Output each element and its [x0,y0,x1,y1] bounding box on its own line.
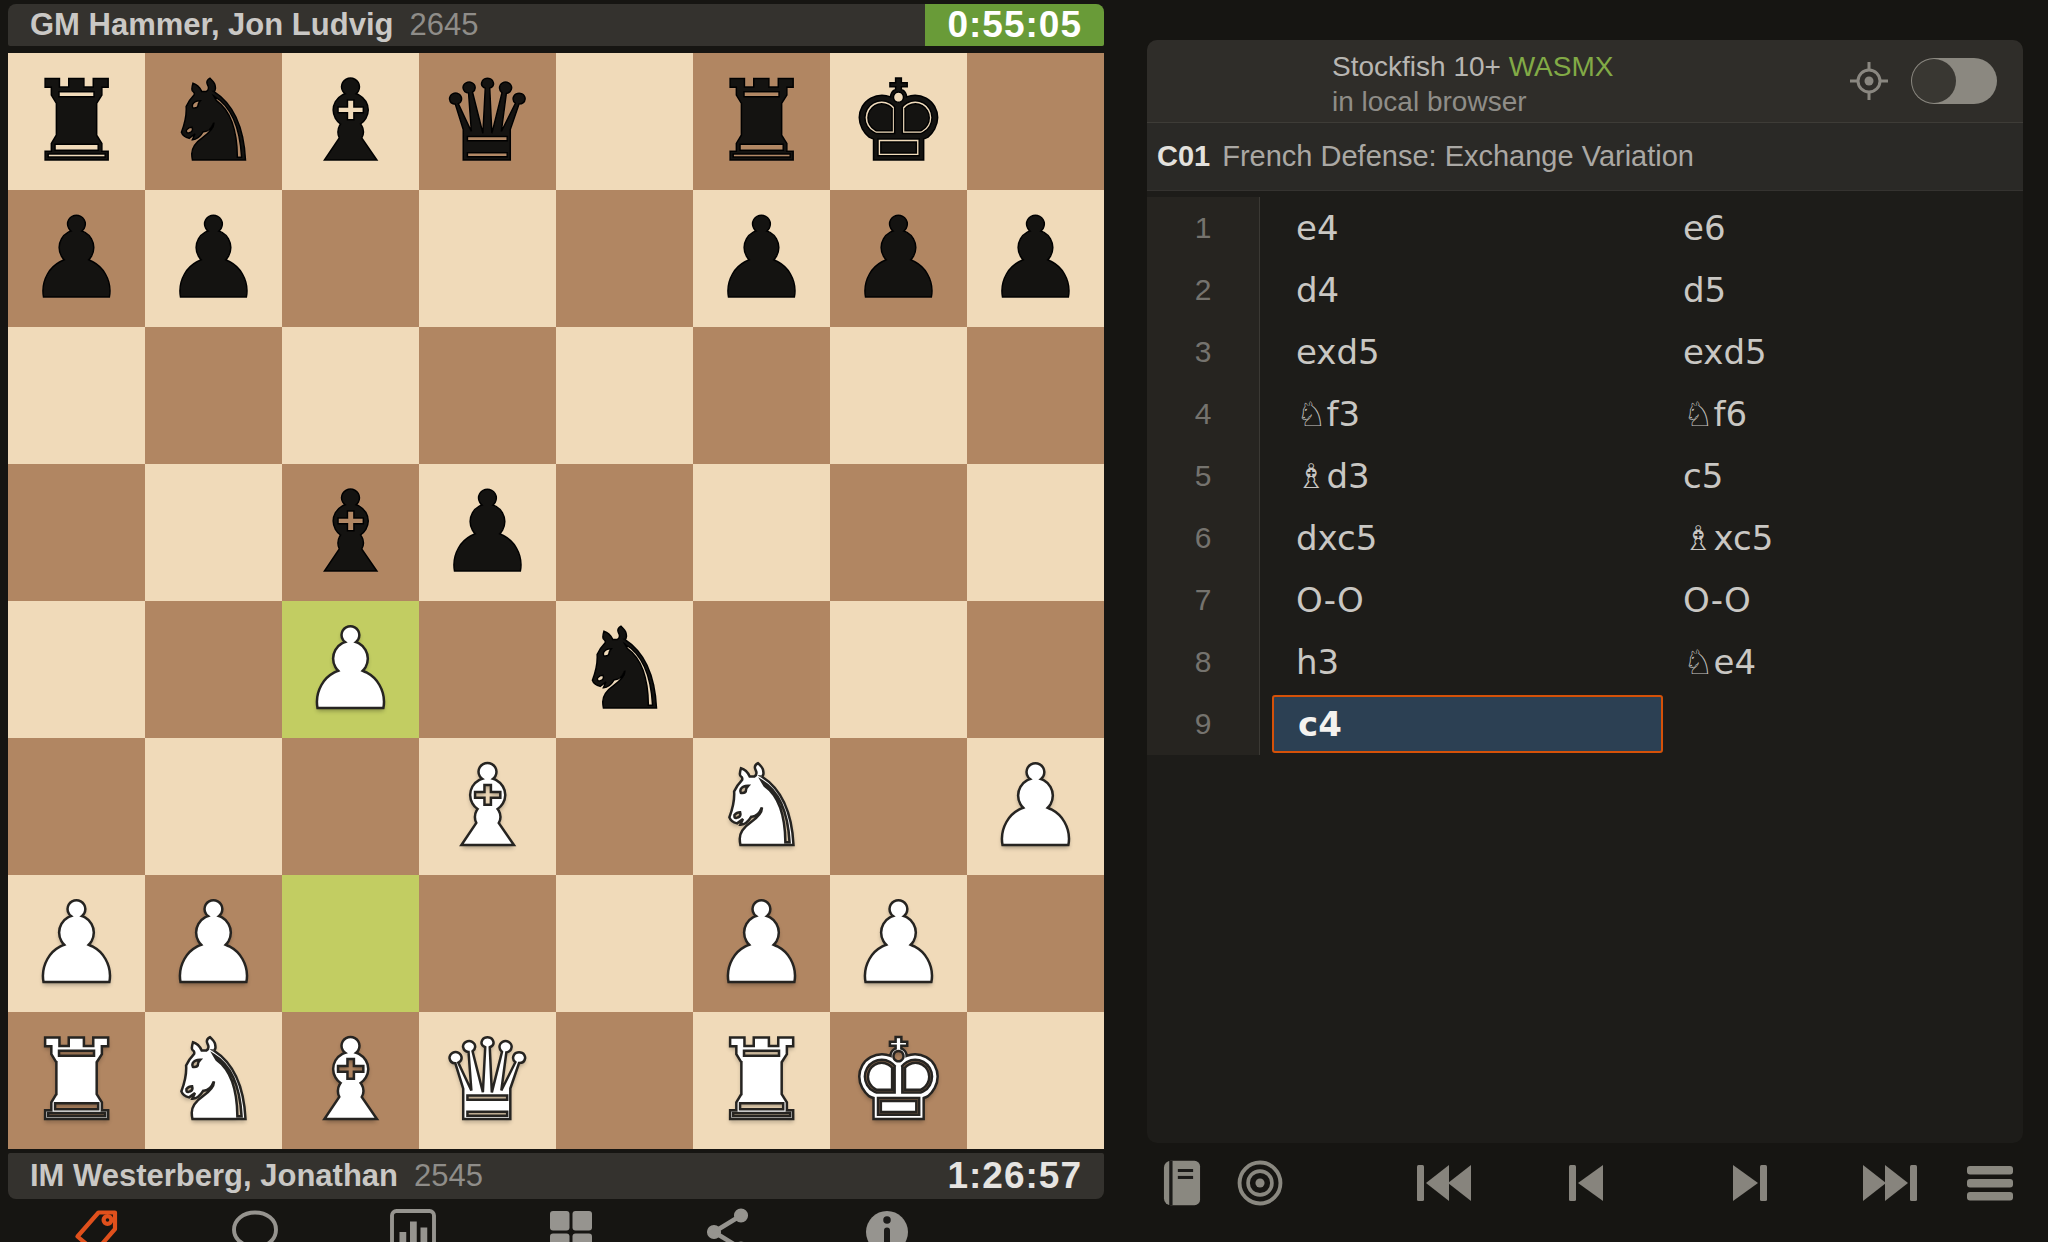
white-queen: ♛ [437,1012,537,1149]
square-e5[interactable] [556,464,693,601]
black-rook: ♜ [26,53,126,190]
square-c4[interactable]: ♟ [282,601,419,738]
analysis-card: Stockfish 10+ WASMX in local browser C01… [1147,40,2023,1143]
square-d4[interactable] [419,601,556,738]
black-knight: ♞ [163,53,263,190]
square-c6[interactable] [282,327,419,464]
move-black[interactable]: ♘f6 [1665,383,2023,445]
bottom-player-rating: 2545 [414,1158,483,1194]
target-rings-icon[interactable] [1235,1158,1285,1208]
move-black [1663,693,2023,755]
square-a5[interactable] [8,464,145,601]
black-knight: ♞ [574,601,674,738]
black-king: ♚ [848,53,948,190]
square-c8[interactable]: ♝ [282,53,419,190]
info-icon[interactable] [860,1205,914,1242]
black-bishop: ♝ [300,464,400,601]
black-pawn: ♟ [163,190,263,327]
square-d2[interactable] [419,875,556,1012]
square-e4[interactable]: ♞ [556,601,693,738]
chess-board[interactable]: ♜♞♝♛♜♚♟♟♟♟♟♝♟♟♞♝♞♟♟♟♟♟♜♞♝♛♜♚ [8,53,1104,1149]
black-pawn: ♟ [437,464,537,601]
square-g6[interactable] [830,327,967,464]
bottom-player-name: IM Westerberg, Jonathan [30,1158,398,1194]
square-f6[interactable] [693,327,830,464]
move-number: 6 [1147,507,1260,569]
move-black[interactable]: ♘e4 [1665,631,2023,693]
square-a3[interactable] [8,738,145,875]
square-h2[interactable] [967,875,1104,1012]
square-c1[interactable]: ♝ [282,1012,419,1149]
move-black[interactable]: d5 [1665,259,2023,321]
black-pawn: ♟ [711,190,811,327]
square-h8[interactable] [967,53,1104,190]
square-f8[interactable]: ♜ [693,53,830,190]
bottom-player-bar: IM Westerberg, Jonathan 2545 1:26:57 [8,1153,1104,1199]
last-move-icon[interactable] [1859,1159,1921,1207]
move-white-current[interactable]: c4 [1272,695,1663,753]
engine-tech-label: WASMX [1509,51,1614,82]
analysis-panel: Stockfish 10+ WASMX in local browser C01… [1147,40,2023,1143]
move-list: 1e4e62d4d53exd5exd54♘f3♘f65♗d3c56dxc5♗xc… [1147,191,2023,755]
top-player-bar: GM Hammer, Jon Ludvig 2645 0:55:05 [8,4,1104,46]
panel-controls [1147,1155,2023,1211]
square-e6[interactable] [556,327,693,464]
move-row-2: 2d4d5 [1147,259,2023,321]
opening-row: C01 French Defense: Exchange Variation [1147,123,2023,191]
black-pawn: ♟ [985,190,1085,327]
square-b7[interactable]: ♟ [145,190,282,327]
move-row-3: 3exd5exd5 [1147,321,2023,383]
square-a2[interactable]: ♟ [8,875,145,1012]
engine-name: Stockfish 10+ [1332,51,1501,82]
square-g5[interactable] [830,464,967,601]
square-b2[interactable]: ♟ [145,875,282,1012]
square-b3[interactable] [145,738,282,875]
move-number: 7 [1147,569,1260,631]
black-queen: ♛ [437,53,537,190]
square-c2[interactable] [282,875,419,1012]
square-h4[interactable] [967,601,1104,738]
square-b4[interactable] [145,601,282,738]
square-f7[interactable]: ♟ [693,190,830,327]
white-pawn: ♟ [985,738,1085,875]
tag-icon[interactable] [70,1205,124,1242]
move-black[interactable]: O-O [1665,569,2023,631]
board-area: GM Hammer, Jon Ludvig 2645 0:55:05 ♜♞♝♛♜… [8,4,1104,1242]
square-a7[interactable]: ♟ [8,190,145,327]
square-d1[interactable]: ♛ [419,1012,556,1149]
move-row-1: 1e4e6 [1147,197,2023,259]
bottom-toolbar [8,1205,1104,1242]
top-player-name: GM Hammer, Jon Ludvig [30,7,393,43]
move-white[interactable]: h3 [1260,631,1665,693]
white-knight: ♞ [711,738,811,875]
move-white[interactable]: d4 [1260,259,1665,321]
square-f4[interactable] [693,601,830,738]
move-white[interactable]: dxc5 [1260,507,1665,569]
move-number: 2 [1147,259,1260,321]
move-white[interactable]: e4 [1260,197,1665,259]
square-g2[interactable]: ♟ [830,875,967,1012]
move-white[interactable]: ♘f3 [1260,383,1665,445]
white-king: ♚ [848,1012,948,1149]
square-e3[interactable] [556,738,693,875]
square-d7[interactable] [419,190,556,327]
square-e7[interactable] [556,190,693,327]
square-d5[interactable]: ♟ [419,464,556,601]
opening-name: French Defense: Exchange Variation [1222,140,1694,173]
move-black[interactable]: e6 [1665,197,2023,259]
menu-icon[interactable] [1963,1160,2017,1206]
square-g4[interactable] [830,601,967,738]
move-row-5: 5♗d3c5 [1147,445,2023,507]
square-h5[interactable] [967,464,1104,601]
move-row-9: 9c4 [1147,693,2023,755]
engine-info: Stockfish 10+ WASMX in local browser [1147,40,2023,119]
chat-icon[interactable] [228,1205,282,1242]
move-row-6: 6dxc5♗xc5 [1147,507,2023,569]
square-g7[interactable]: ♟ [830,190,967,327]
move-white[interactable]: O-O [1260,569,1665,631]
white-pawn: ♟ [163,875,263,1012]
top-player-rating: 2645 [409,7,478,43]
move-white[interactable]: ♗d3 [1260,445,1665,507]
square-d6[interactable] [419,327,556,464]
square-b6[interactable] [145,327,282,464]
white-bishop: ♝ [437,738,537,875]
black-bishop: ♝ [300,53,400,190]
square-f2[interactable]: ♟ [693,875,830,1012]
white-pawn: ♟ [848,875,948,1012]
square-e2[interactable] [556,875,693,1012]
square-b1[interactable]: ♞ [145,1012,282,1149]
move-number: 3 [1147,321,1260,383]
move-number: 5 [1147,445,1260,507]
engine-toggle-knob [1912,59,1956,103]
black-rook: ♜ [711,53,811,190]
move-black[interactable]: ♗xc5 [1665,507,2023,569]
next-move-icon[interactable] [1729,1159,1773,1207]
square-e8[interactable] [556,53,693,190]
square-e1[interactable] [556,1012,693,1149]
square-b5[interactable] [145,464,282,601]
square-d3[interactable]: ♝ [419,738,556,875]
square-g8[interactable]: ♚ [830,53,967,190]
square-a4[interactable] [8,601,145,738]
engine-header: Stockfish 10+ WASMX in local browser [1147,40,2023,123]
move-row-4: 4♘f3♘f6 [1147,383,2023,445]
bottom-player-clock: 1:26:57 [925,1153,1104,1199]
white-pawn: ♟ [711,875,811,1012]
book-icon[interactable] [1159,1158,1205,1208]
white-bishop: ♝ [300,1012,400,1149]
first-move-icon[interactable] [1413,1159,1475,1207]
move-number: 1 [1147,197,1260,259]
square-a1[interactable]: ♜ [8,1012,145,1149]
square-d8[interactable]: ♛ [419,53,556,190]
square-g3[interactable] [830,738,967,875]
square-g1[interactable]: ♚ [830,1012,967,1149]
square-h1[interactable] [967,1012,1104,1149]
square-f3[interactable]: ♞ [693,738,830,875]
square-a6[interactable] [8,327,145,464]
top-player-clock: 0:55:05 [925,4,1104,46]
square-f1[interactable]: ♜ [693,1012,830,1149]
square-h3[interactable]: ♟ [967,738,1104,875]
prev-move-icon[interactable] [1563,1159,1607,1207]
move-white[interactable]: exd5 [1260,321,1665,383]
move-row-7: 7O-OO-O [1147,569,2023,631]
square-a8[interactable]: ♜ [8,53,145,190]
move-number: 4 [1147,383,1260,445]
square-b8[interactable]: ♞ [145,53,282,190]
square-c7[interactable] [282,190,419,327]
share-icon[interactable] [702,1205,756,1242]
white-pawn: ♟ [26,875,126,1012]
white-rook: ♜ [26,1012,126,1149]
opening-eco: C01 [1157,140,1210,173]
square-h7[interactable]: ♟ [967,190,1104,327]
black-pawn: ♟ [26,190,126,327]
move-number: 8 [1147,631,1260,693]
move-number: 9 [1147,693,1260,755]
square-h6[interactable] [967,327,1104,464]
black-pawn: ♟ [848,190,948,327]
square-c3[interactable] [282,738,419,875]
locate-icon[interactable] [1847,59,1891,103]
white-rook: ♜ [711,1012,811,1149]
grid-icon[interactable] [544,1205,598,1242]
white-pawn: ♟ [300,601,400,738]
move-black[interactable]: exd5 [1665,321,2023,383]
square-f5[interactable] [693,464,830,601]
chart-icon[interactable] [386,1205,440,1242]
engine-toggle[interactable] [1911,58,1997,104]
square-c5[interactable]: ♝ [282,464,419,601]
white-knight: ♞ [163,1012,263,1149]
move-black[interactable]: c5 [1665,445,2023,507]
move-row-8: 8h3♘e4 [1147,631,2023,693]
